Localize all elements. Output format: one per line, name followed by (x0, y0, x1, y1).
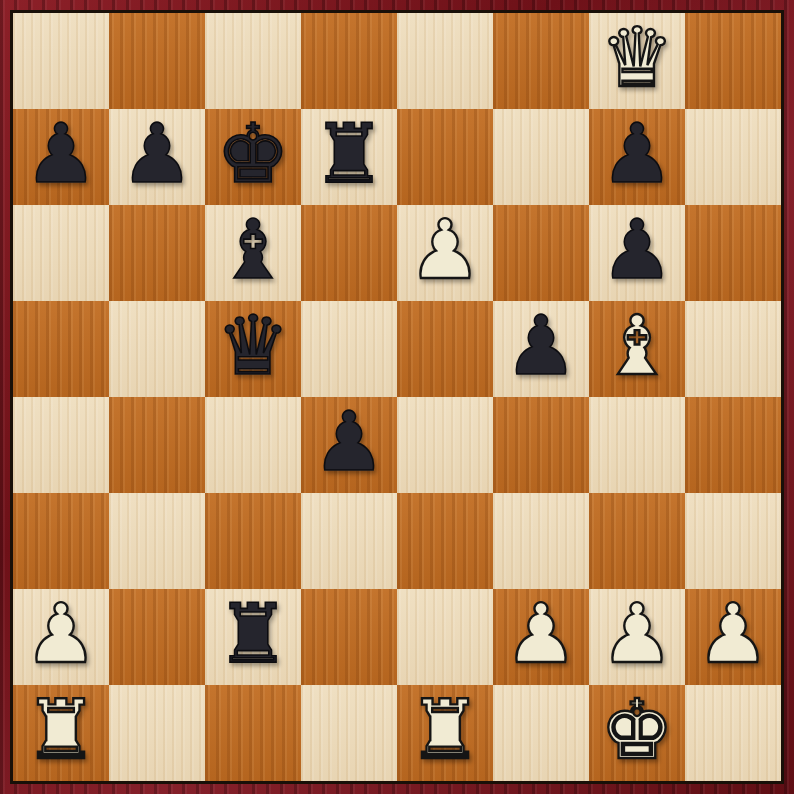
square-e1[interactable]: ♜ (397, 685, 493, 781)
square-h4[interactable] (685, 397, 781, 493)
black-king-piece: ♚ (216, 113, 290, 195)
square-b7[interactable]: ♟ (109, 109, 205, 205)
square-f3[interactable] (493, 493, 589, 589)
square-c8[interactable] (205, 13, 301, 109)
white-bishop-piece: ♝ (600, 305, 674, 387)
square-f4[interactable] (493, 397, 589, 493)
white-rook-piece: ♜ (408, 689, 482, 771)
square-c6[interactable]: ♝ (205, 205, 301, 301)
square-c4[interactable] (205, 397, 301, 493)
square-g1[interactable]: ♚ (589, 685, 685, 781)
square-h5[interactable] (685, 301, 781, 397)
square-e6[interactable]: ♟ (397, 205, 493, 301)
square-g6[interactable]: ♟ (589, 205, 685, 301)
square-d2[interactable] (301, 589, 397, 685)
square-d7[interactable]: ♜ (301, 109, 397, 205)
white-king-piece: ♚ (600, 689, 674, 771)
square-c3[interactable] (205, 493, 301, 589)
square-f5[interactable]: ♟ (493, 301, 589, 397)
square-a4[interactable] (13, 397, 109, 493)
square-a8[interactable] (13, 13, 109, 109)
white-pawn-piece: ♟ (600, 593, 674, 675)
square-b2[interactable] (109, 589, 205, 685)
square-b1[interactable] (109, 685, 205, 781)
square-d8[interactable] (301, 13, 397, 109)
square-h8[interactable] (685, 13, 781, 109)
black-pawn-piece: ♟ (600, 209, 674, 291)
square-f7[interactable] (493, 109, 589, 205)
square-a3[interactable] (13, 493, 109, 589)
white-rook-piece: ♜ (24, 689, 98, 771)
square-g8[interactable]: ♛ (589, 13, 685, 109)
square-a2[interactable]: ♟ (13, 589, 109, 685)
black-pawn-piece: ♟ (120, 113, 194, 195)
square-f1[interactable] (493, 685, 589, 781)
square-c7[interactable]: ♚ (205, 109, 301, 205)
square-c2[interactable]: ♜ (205, 589, 301, 685)
square-a6[interactable] (13, 205, 109, 301)
square-f6[interactable] (493, 205, 589, 301)
black-pawn-piece: ♟ (24, 113, 98, 195)
black-bishop-piece: ♝ (216, 209, 290, 291)
square-h2[interactable]: ♟ (685, 589, 781, 685)
white-queen-piece: ♛ (600, 17, 674, 99)
square-a5[interactable] (13, 301, 109, 397)
square-b5[interactable] (109, 301, 205, 397)
square-b6[interactable] (109, 205, 205, 301)
chess-board: ♛♟♟♚♜♟♝♟♟♛♟♝♟♟♜♟♟♟♜♜♚ (10, 10, 784, 784)
white-pawn-piece: ♟ (696, 593, 770, 675)
square-f2[interactable]: ♟ (493, 589, 589, 685)
black-pawn-piece: ♟ (600, 113, 674, 195)
square-b4[interactable] (109, 397, 205, 493)
white-pawn-piece: ♟ (408, 209, 482, 291)
square-d1[interactable] (301, 685, 397, 781)
square-d4[interactable]: ♟ (301, 397, 397, 493)
square-d5[interactable] (301, 301, 397, 397)
square-d3[interactable] (301, 493, 397, 589)
square-e4[interactable] (397, 397, 493, 493)
black-rook-piece: ♜ (312, 113, 386, 195)
square-a1[interactable]: ♜ (13, 685, 109, 781)
square-g7[interactable]: ♟ (589, 109, 685, 205)
square-e2[interactable] (397, 589, 493, 685)
square-e3[interactable] (397, 493, 493, 589)
square-f8[interactable] (493, 13, 589, 109)
square-g4[interactable] (589, 397, 685, 493)
square-d6[interactable] (301, 205, 397, 301)
black-pawn-piece: ♟ (504, 305, 578, 387)
square-g2[interactable]: ♟ (589, 589, 685, 685)
square-h6[interactable] (685, 205, 781, 301)
white-pawn-piece: ♟ (504, 593, 578, 675)
square-e7[interactable] (397, 109, 493, 205)
square-e8[interactable] (397, 13, 493, 109)
square-c1[interactable] (205, 685, 301, 781)
square-a7[interactable]: ♟ (13, 109, 109, 205)
white-pawn-piece: ♟ (24, 593, 98, 675)
square-h3[interactable] (685, 493, 781, 589)
square-h1[interactable] (685, 685, 781, 781)
black-queen-piece: ♛ (216, 305, 290, 387)
square-e5[interactable] (397, 301, 493, 397)
square-g5[interactable]: ♝ (589, 301, 685, 397)
square-b3[interactable] (109, 493, 205, 589)
square-c5[interactable]: ♛ (205, 301, 301, 397)
black-pawn-piece: ♟ (312, 401, 386, 483)
square-b8[interactable] (109, 13, 205, 109)
square-h7[interactable] (685, 109, 781, 205)
chess-board-frame: ♛♟♟♚♜♟♝♟♟♛♟♝♟♟♜♟♟♟♜♜♚ (0, 0, 794, 794)
square-g3[interactable] (589, 493, 685, 589)
black-rook-piece: ♜ (216, 593, 290, 675)
